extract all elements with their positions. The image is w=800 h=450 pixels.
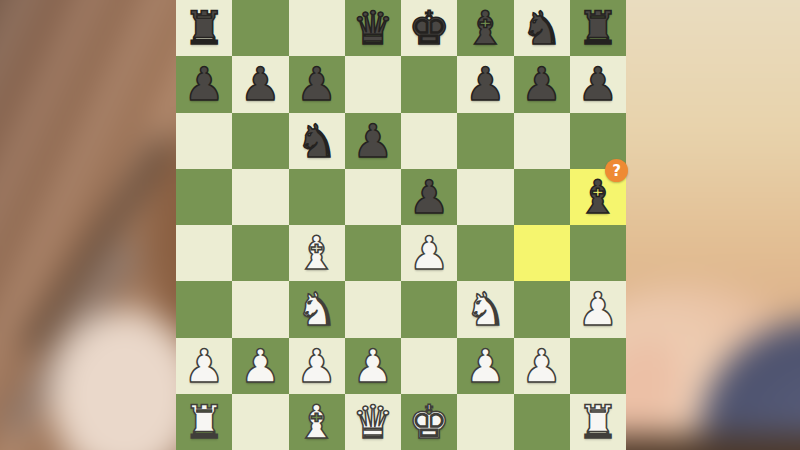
square-e8[interactable]: ♚ — [401, 0, 457, 56]
square-a4[interactable] — [176, 225, 232, 281]
square-b7[interactable]: ♟ — [232, 56, 288, 112]
white-bishop[interactable]: ♝ — [296, 230, 337, 276]
white-pawn[interactable]: ♟ — [296, 343, 337, 389]
square-g4[interactable] — [514, 225, 570, 281]
white-pawn[interactable]: ♟ — [184, 343, 225, 389]
square-c8[interactable] — [289, 0, 345, 56]
square-c2[interactable]: ♟ — [289, 338, 345, 394]
black-knight[interactable]: ♞ — [296, 118, 337, 164]
black-pawn[interactable]: ♟ — [184, 61, 225, 107]
black-pawn[interactable]: ♟ — [240, 61, 281, 107]
square-g1[interactable] — [514, 394, 570, 450]
square-f8[interactable]: ♝ — [457, 0, 513, 56]
black-pawn[interactable]: ♟ — [296, 61, 337, 107]
black-pawn[interactable]: ♟ — [465, 61, 506, 107]
black-king[interactable]: ♚ — [409, 5, 450, 51]
chess-board: ♜♛♚♝♞♜♟♟♟♟♟♟♞♟♟♝♝♟♞♞♟♟♟♟♟♟♟♜♝♛♚♜ — [176, 0, 626, 450]
square-d7[interactable] — [345, 56, 401, 112]
chess-app-screenshot: ♜♛♚♝♞♜♟♟♟♟♟♟♞♟♟♝♝♟♞♞♟♟♟♟♟♟♟♜♝♛♚♜ ? — [0, 0, 800, 450]
black-pawn[interactable]: ♟ — [409, 174, 450, 220]
white-pawn[interactable]: ♟ — [465, 343, 506, 389]
white-knight[interactable]: ♞ — [465, 286, 506, 332]
white-pawn[interactable]: ♟ — [352, 343, 393, 389]
square-e1[interactable]: ♚ — [401, 394, 457, 450]
square-g5[interactable] — [514, 169, 570, 225]
square-a2[interactable]: ♟ — [176, 338, 232, 394]
square-d6[interactable]: ♟ — [345, 113, 401, 169]
square-c6[interactable]: ♞ — [289, 113, 345, 169]
black-rook[interactable]: ♜ — [577, 5, 618, 51]
white-pawn[interactable]: ♟ — [240, 343, 281, 389]
square-e7[interactable] — [401, 56, 457, 112]
black-knight[interactable]: ♞ — [521, 5, 562, 51]
white-pawn[interactable]: ♟ — [409, 230, 450, 276]
square-d8[interactable]: ♛ — [345, 0, 401, 56]
square-a1[interactable]: ♜ — [176, 394, 232, 450]
square-c7[interactable]: ♟ — [289, 56, 345, 112]
square-d5[interactable] — [345, 169, 401, 225]
square-a5[interactable] — [176, 169, 232, 225]
square-h8[interactable]: ♜ — [570, 0, 626, 56]
mistake-badge: ? — [605, 159, 628, 182]
square-a8[interactable]: ♜ — [176, 0, 232, 56]
square-f6[interactable] — [457, 113, 513, 169]
square-d3[interactable] — [345, 281, 401, 337]
white-knight[interactable]: ♞ — [296, 286, 337, 332]
black-bishop[interactable]: ♝ — [465, 5, 506, 51]
white-rook[interactable]: ♜ — [577, 399, 618, 445]
square-b8[interactable] — [232, 0, 288, 56]
square-b1[interactable] — [232, 394, 288, 450]
square-e6[interactable] — [401, 113, 457, 169]
square-a3[interactable] — [176, 281, 232, 337]
square-f1[interactable] — [457, 394, 513, 450]
square-b2[interactable]: ♟ — [232, 338, 288, 394]
square-d2[interactable]: ♟ — [345, 338, 401, 394]
black-queen[interactable]: ♛ — [352, 5, 393, 51]
black-pawn[interactable]: ♟ — [352, 118, 393, 164]
square-f7[interactable]: ♟ — [457, 56, 513, 112]
square-c4[interactable]: ♝ — [289, 225, 345, 281]
white-pawn[interactable]: ♟ — [577, 286, 618, 332]
white-queen[interactable]: ♛ — [352, 399, 393, 445]
square-g8[interactable]: ♞ — [514, 0, 570, 56]
square-h3[interactable]: ♟ — [570, 281, 626, 337]
square-b5[interactable] — [232, 169, 288, 225]
square-f5[interactable] — [457, 169, 513, 225]
square-c1[interactable]: ♝ — [289, 394, 345, 450]
square-e2[interactable] — [401, 338, 457, 394]
square-g7[interactable]: ♟ — [514, 56, 570, 112]
black-pawn[interactable]: ♟ — [577, 61, 618, 107]
square-e3[interactable] — [401, 281, 457, 337]
square-h2[interactable] — [570, 338, 626, 394]
square-h1[interactable]: ♜ — [570, 394, 626, 450]
square-h4[interactable] — [570, 225, 626, 281]
square-g6[interactable] — [514, 113, 570, 169]
square-a6[interactable] — [176, 113, 232, 169]
square-g3[interactable] — [514, 281, 570, 337]
square-d4[interactable] — [345, 225, 401, 281]
white-pawn[interactable]: ♟ — [521, 343, 562, 389]
square-e5[interactable]: ♟ — [401, 169, 457, 225]
square-f4[interactable] — [457, 225, 513, 281]
square-b4[interactable] — [232, 225, 288, 281]
square-h7[interactable]: ♟ — [570, 56, 626, 112]
white-bishop[interactable]: ♝ — [296, 399, 337, 445]
white-rook[interactable]: ♜ — [184, 399, 225, 445]
square-d1[interactable]: ♛ — [345, 394, 401, 450]
square-b6[interactable] — [232, 113, 288, 169]
square-f3[interactable]: ♞ — [457, 281, 513, 337]
square-g2[interactable]: ♟ — [514, 338, 570, 394]
black-pawn[interactable]: ♟ — [521, 61, 562, 107]
black-rook[interactable]: ♜ — [184, 5, 225, 51]
square-c3[interactable]: ♞ — [289, 281, 345, 337]
white-king[interactable]: ♚ — [409, 399, 450, 445]
square-a7[interactable]: ♟ — [176, 56, 232, 112]
square-b3[interactable] — [232, 281, 288, 337]
square-c5[interactable] — [289, 169, 345, 225]
square-f2[interactable]: ♟ — [457, 338, 513, 394]
square-e4[interactable]: ♟ — [401, 225, 457, 281]
